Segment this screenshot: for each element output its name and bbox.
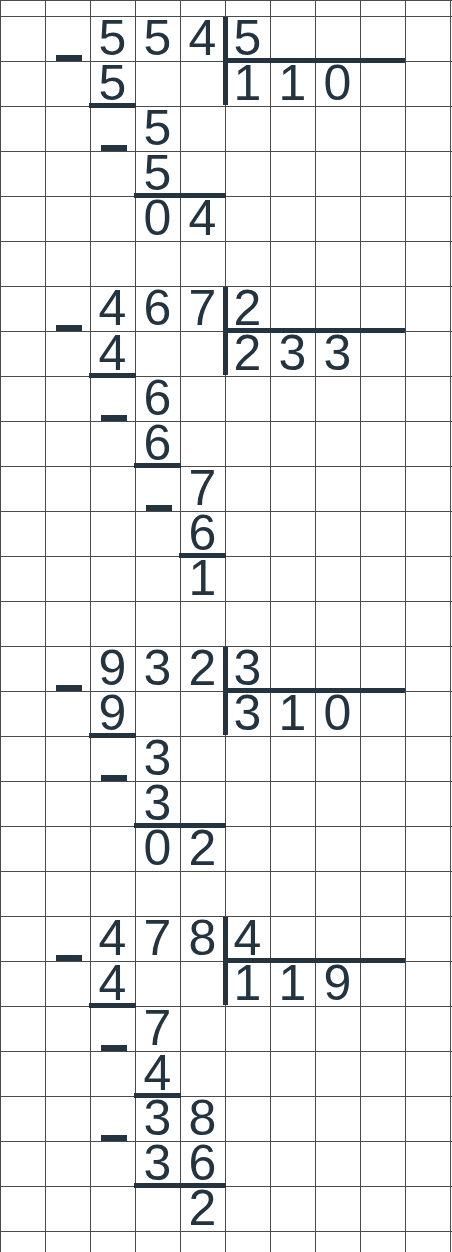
digit-cell: 9 bbox=[315, 961, 360, 1006]
minus-sign bbox=[146, 505, 172, 511]
digit-cell: 4 bbox=[180, 16, 225, 61]
digit-cell: 2 bbox=[180, 1186, 225, 1231]
digit-cell: 4 bbox=[180, 196, 225, 241]
division-bracket-horizontal bbox=[223, 58, 405, 63]
division-bracket-horizontal bbox=[223, 958, 405, 963]
digit-cell: 9 bbox=[90, 691, 135, 736]
minus-sign bbox=[101, 145, 127, 151]
digit-cell: 1 bbox=[270, 61, 315, 106]
squared-paper-worksheet: 5545511055044672423366761932393103302478… bbox=[0, 0, 452, 1252]
subtraction-underline bbox=[134, 463, 181, 468]
digit-cell: 4 bbox=[90, 331, 135, 376]
digit-cell: 0 bbox=[315, 691, 360, 736]
digit-cell: 2 bbox=[180, 826, 225, 871]
digit-cell: 4 bbox=[90, 961, 135, 1006]
digit-cell: 3 bbox=[135, 646, 180, 691]
digit-cell: 0 bbox=[135, 196, 180, 241]
digit-cell: 7 bbox=[180, 286, 225, 331]
subtraction-underline bbox=[89, 733, 136, 738]
subtraction-underline bbox=[179, 553, 226, 558]
digit-cell: 3 bbox=[315, 331, 360, 376]
division-bracket-horizontal bbox=[223, 328, 405, 333]
subtraction-underline bbox=[134, 823, 226, 828]
digit-cell: 2 bbox=[180, 646, 225, 691]
minus-sign bbox=[101, 1045, 127, 1051]
digit-cell: 6 bbox=[135, 421, 180, 466]
minus-sign bbox=[56, 55, 82, 61]
digit-cell: 1 bbox=[270, 961, 315, 1006]
digit-cell: 7 bbox=[135, 916, 180, 961]
subtraction-underline bbox=[89, 103, 136, 108]
digit-cell: 1 bbox=[225, 61, 270, 106]
digit-cell: 2 bbox=[225, 331, 270, 376]
division-bracket-horizontal bbox=[223, 688, 405, 693]
minus-sign bbox=[101, 415, 127, 421]
subtraction-underline bbox=[89, 1003, 136, 1008]
subtraction-underline bbox=[89, 373, 136, 378]
digit-cell: 5 bbox=[135, 16, 180, 61]
digit-cell: 5 bbox=[90, 61, 135, 106]
digit-cell: 3 bbox=[135, 1141, 180, 1186]
subtraction-underline bbox=[134, 193, 226, 198]
digit-cell: 3 bbox=[225, 691, 270, 736]
digit-cell: 3 bbox=[270, 331, 315, 376]
minus-sign bbox=[56, 955, 82, 961]
minus-sign bbox=[56, 325, 82, 331]
subtraction-underline bbox=[134, 1093, 181, 1098]
minus-sign bbox=[56, 685, 82, 691]
minus-sign bbox=[101, 1135, 127, 1141]
digit-cell: 1 bbox=[225, 961, 270, 1006]
digit-cell: 6 bbox=[135, 286, 180, 331]
minus-sign bbox=[101, 775, 127, 781]
digit-cell: 1 bbox=[270, 691, 315, 736]
subtraction-underline bbox=[134, 1183, 226, 1188]
digit-cell: 1 bbox=[180, 556, 225, 601]
digit-cell: 0 bbox=[315, 61, 360, 106]
digit-cell: 0 bbox=[135, 826, 180, 871]
digit-cell: 8 bbox=[180, 916, 225, 961]
